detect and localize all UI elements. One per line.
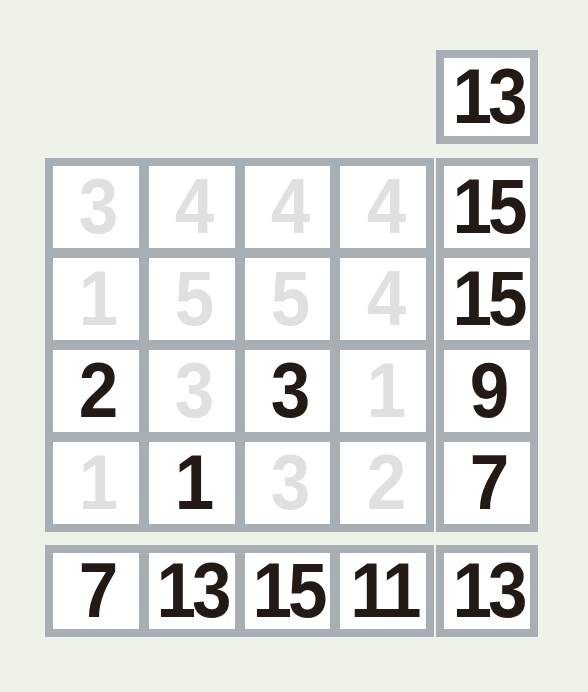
grid-cell-r1c1[interactable]: 3 [53,166,139,248]
row-sum-1: 15 [444,166,530,248]
grid-cell-r1c2[interactable]: 4 [149,166,235,248]
antidiagonal-sum-value: 13 [450,59,523,136]
column-sum-3: 15 [245,553,331,629]
solution-digit: 3 [173,353,211,430]
column-sum-2: 13 [149,553,235,629]
puzzle-grid: 3444155423311132 [45,158,434,532]
grid-cell-r3c2[interactable]: 3 [149,350,235,432]
grid-cell-r2c2[interactable]: 5 [149,258,235,340]
clue-digit: 1 [173,445,211,522]
solution-digit: 4 [173,169,211,246]
grid-cell-r4c3[interactable]: 3 [245,442,331,524]
solution-digit: 5 [269,261,307,338]
sum-cell: 13 [444,553,530,629]
column-sum-value: 13 [155,553,228,629]
grid-cell-r1c3[interactable]: 4 [245,166,331,248]
column-sums-row: 7131511 [45,545,434,637]
grid-cell-r2c1[interactable]: 1 [53,258,139,340]
grid-cell-r4c1[interactable]: 1 [53,442,139,524]
row-sum-3: 9 [444,350,530,432]
grid-cell-r1c4[interactable]: 4 [340,166,426,248]
column-sum-value: 7 [77,553,115,629]
row-sum-value: 7 [468,445,506,522]
solution-digit: 1 [77,261,115,338]
puzzle-canvas: 13 3444155423311132 151597 7131511 13 [0,0,588,692]
column-sum-1: 7 [53,553,139,629]
row-sum-2: 15 [444,258,530,340]
row-sum-4: 7 [444,442,530,524]
solution-digit: 1 [364,353,402,430]
main-diagonal-sum-value: 13 [450,553,523,629]
grid-cell-r3c1[interactable]: 2 [53,350,139,432]
row-sum-value: 15 [450,169,523,246]
column-sum-value: 11 [348,553,417,629]
solution-digit: 4 [364,261,402,338]
clue-digit: 2 [77,353,115,430]
grid-cell-r3c4[interactable]: 1 [340,350,426,432]
sum-cell: 13 [444,58,530,136]
grid-cell-r4c4[interactable]: 2 [340,442,426,524]
solution-digit: 4 [269,169,307,246]
clue-digit: 3 [269,353,307,430]
solution-digit: 4 [364,169,402,246]
grid-cell-r3c3[interactable]: 3 [245,350,331,432]
row-sum-value: 9 [468,353,506,430]
antidiagonal-sum-cell: 13 [436,50,538,144]
column-sum-4: 11 [340,553,426,629]
main-diagonal-sum-cell: 13 [436,545,538,637]
row-sums-column: 151597 [436,158,538,532]
row-sum-value: 15 [450,261,523,338]
solution-digit: 2 [364,445,402,522]
grid-cell-r4c2[interactable]: 1 [149,442,235,524]
grid-cell-r2c4[interactable]: 4 [340,258,426,340]
solution-digit: 1 [77,445,115,522]
solution-digit: 3 [269,445,307,522]
column-sum-value: 15 [251,553,324,629]
grid-cell-r2c3[interactable]: 5 [245,258,331,340]
solution-digit: 3 [77,169,115,246]
solution-digit: 5 [173,261,211,338]
